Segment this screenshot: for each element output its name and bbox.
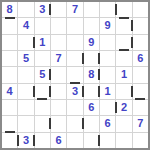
cell-r5c1[interactable]	[2, 67, 17, 82]
cell-r1c9[interactable]	[133, 2, 148, 17]
cell-r9c7[interactable]	[100, 133, 115, 148]
cell-r5c5[interactable]	[67, 67, 82, 82]
cell-r1c2[interactable]	[18, 2, 33, 17]
cell-r4c2[interactable]: 5	[18, 51, 33, 66]
cell-r9c1[interactable]	[2, 133, 17, 148]
cell-r5c2[interactable]	[18, 67, 33, 82]
cell-r6c9[interactable]	[133, 84, 148, 99]
cell-r7c6[interactable]: 6	[84, 100, 99, 115]
cell-r8c4[interactable]	[51, 116, 66, 131]
cell-r7c2[interactable]	[18, 100, 33, 115]
cell-r3c3[interactable]: 1	[35, 35, 50, 50]
cell-r9c2[interactable]: 3	[18, 133, 33, 148]
cell-r2c1[interactable]	[2, 18, 17, 33]
cell-r5c8[interactable]: 1	[116, 67, 131, 82]
cell-r6c2[interactable]	[18, 84, 33, 99]
cell-r2c5[interactable]	[67, 18, 82, 33]
cell-r3c7[interactable]	[100, 35, 115, 50]
cell-r2c8[interactable]	[116, 18, 131, 33]
cell-r5c7[interactable]	[100, 67, 115, 82]
cell-r4c8[interactable]	[116, 51, 131, 66]
cell-r9c5[interactable]	[67, 133, 82, 148]
cell-r6c5[interactable]: 3	[67, 84, 82, 99]
cell-r1c4[interactable]	[51, 2, 66, 17]
cell-r6c7[interactable]: 1	[100, 84, 115, 99]
cell-r4c1[interactable]	[2, 51, 17, 66]
cell-r2c3[interactable]	[35, 18, 50, 33]
cell-r2c2[interactable]: 4	[18, 18, 33, 33]
cell-r1c7[interactable]	[100, 2, 115, 17]
cell-r7c5[interactable]	[67, 100, 82, 115]
cell-r9c3[interactable]	[35, 133, 50, 148]
sudoku-board: 8374919576581431626736	[0, 0, 150, 150]
cell-r4c9[interactable]: 6	[133, 51, 148, 66]
cell-r8c1[interactable]	[2, 116, 17, 131]
cell-r1c1[interactable]: 8	[2, 2, 17, 17]
cell-r4c5[interactable]	[67, 51, 82, 66]
cell-r7c1[interactable]	[2, 100, 17, 115]
cell-r8c3[interactable]	[35, 116, 50, 131]
cell-r1c6[interactable]	[84, 2, 99, 17]
cell-r6c6[interactable]	[84, 84, 99, 99]
cell-r9c8[interactable]	[116, 133, 131, 148]
cell-r8c6[interactable]	[84, 116, 99, 131]
cell-r3c2[interactable]	[18, 35, 33, 50]
cell-r4c3[interactable]	[35, 51, 50, 66]
cell-r7c9[interactable]	[133, 100, 148, 115]
cell-r3c4[interactable]	[51, 35, 66, 50]
cell-r6c1[interactable]: 4	[2, 84, 17, 99]
cell-r3c5[interactable]	[67, 35, 82, 50]
cell-r8c2[interactable]	[18, 116, 33, 131]
board-wrap: 8374919576581431626736	[0, 0, 150, 150]
cell-r5c3[interactable]: 5	[35, 67, 50, 82]
cell-r5c6[interactable]: 8	[84, 67, 99, 82]
cell-r7c7[interactable]	[100, 100, 115, 115]
cell-r7c3[interactable]	[35, 100, 50, 115]
cell-r9c6[interactable]	[84, 133, 99, 148]
cell-r8c5[interactable]	[67, 116, 82, 131]
cell-r2c7[interactable]: 9	[100, 18, 115, 33]
cell-r9c9[interactable]	[133, 133, 148, 148]
cell-r9c4[interactable]: 6	[51, 133, 66, 148]
cell-r3c8[interactable]	[116, 35, 131, 50]
cell-r3c9[interactable]	[133, 35, 148, 50]
cell-r1c5[interactable]: 7	[67, 2, 82, 17]
cell-r2c4[interactable]	[51, 18, 66, 33]
cell-r1c8[interactable]	[116, 2, 131, 17]
cell-r4c4[interactable]: 7	[51, 51, 66, 66]
cell-r7c8[interactable]: 2	[116, 100, 131, 115]
cell-r8c7[interactable]: 6	[100, 116, 115, 131]
cell-r3c1[interactable]	[2, 35, 17, 50]
cell-r3c6[interactable]: 9	[84, 35, 99, 50]
cell-r8c9[interactable]: 7	[133, 116, 148, 131]
cell-r8c8[interactable]	[116, 116, 131, 131]
cell-r7c4[interactable]	[51, 100, 66, 115]
cell-r6c8[interactable]	[116, 84, 131, 99]
cell-r2c9[interactable]	[133, 18, 148, 33]
cell-r6c3[interactable]	[35, 84, 50, 99]
cell-r1c3[interactable]: 3	[35, 2, 50, 17]
cell-r6c4[interactable]	[51, 84, 66, 99]
cell-r2c6[interactable]	[84, 18, 99, 33]
cell-r4c6[interactable]	[84, 51, 99, 66]
cell-r5c9[interactable]	[133, 67, 148, 82]
cell-r4c7[interactable]	[100, 51, 115, 66]
cell-r5c4[interactable]	[51, 67, 66, 82]
